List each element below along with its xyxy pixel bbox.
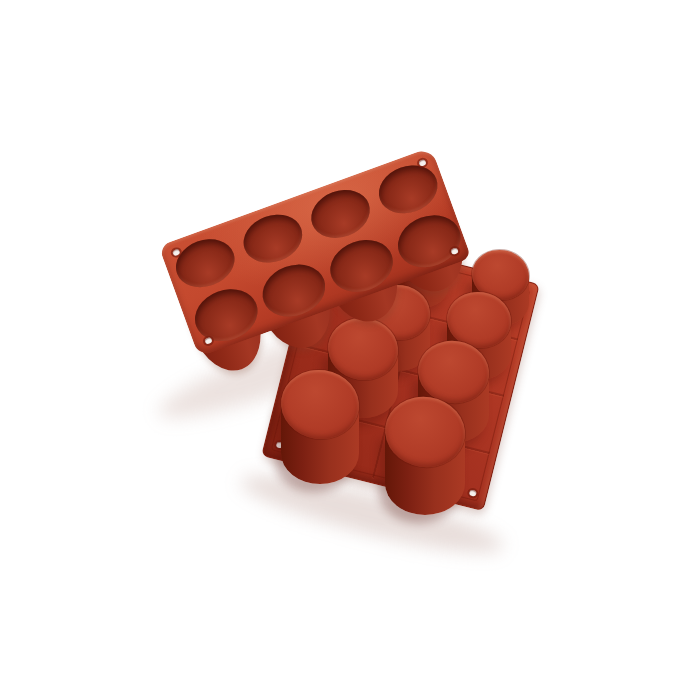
cylinder-layer xyxy=(0,0,700,700)
product-photo xyxy=(0,0,700,700)
